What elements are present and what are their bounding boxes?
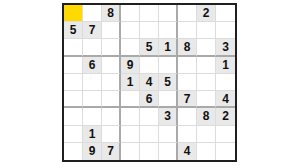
cell-r1c1[interactable] <box>64 5 83 22</box>
cell-r9c2[interactable]: 9 <box>83 143 102 160</box>
cell-r1c8[interactable]: 2 <box>197 5 216 22</box>
cell-r2c1[interactable]: 5 <box>64 22 83 39</box>
cell-r7c3[interactable] <box>102 108 121 125</box>
cell-r4c7[interactable] <box>178 57 197 74</box>
cell-r5c3[interactable] <box>102 74 121 91</box>
cell-r4c3[interactable] <box>102 57 121 74</box>
cell-r3c1[interactable] <box>64 39 83 56</box>
cell-r7c8[interactable]: 8 <box>197 108 216 125</box>
cell-r7c4[interactable] <box>121 108 140 125</box>
cell-r6c8[interactable] <box>197 91 216 108</box>
cell-r3c8[interactable] <box>197 39 216 56</box>
cell-r2c8[interactable] <box>197 22 216 39</box>
cell-r2c5[interactable] <box>140 22 159 39</box>
cell-r8c2[interactable]: 1 <box>83 126 102 143</box>
cell-r5c2[interactable] <box>83 74 102 91</box>
cell-r3c9[interactable]: 3 <box>216 39 235 56</box>
cell-r8c8[interactable] <box>197 126 216 143</box>
cell-r9c9[interactable] <box>216 143 235 160</box>
cell-r6c1[interactable] <box>64 91 83 108</box>
cell-r3c4[interactable] <box>121 39 140 56</box>
cell-r8c1[interactable] <box>64 126 83 143</box>
cell-r6c3[interactable] <box>102 91 121 108</box>
cell-r3c3[interactable] <box>102 39 121 56</box>
cell-r8c3[interactable] <box>102 126 121 143</box>
cell-r4c5[interactable] <box>140 57 159 74</box>
cell-r1c4[interactable] <box>121 5 140 22</box>
cell-r1c5[interactable] <box>140 5 159 22</box>
cell-r2c2[interactable]: 7 <box>83 22 102 39</box>
cell-r7c2[interactable] <box>83 108 102 125</box>
sudoku-app: 825751836911456743821974 <box>0 0 300 168</box>
cell-r1c3[interactable]: 8 <box>102 5 121 22</box>
cell-r3c6[interactable]: 1 <box>159 39 178 56</box>
cell-r5c8[interactable] <box>197 74 216 91</box>
cell-r8c9[interactable] <box>216 126 235 143</box>
cell-r5c1[interactable] <box>64 74 83 91</box>
cell-r4c6[interactable] <box>159 57 178 74</box>
cell-r2c6[interactable] <box>159 22 178 39</box>
cell-r1c7[interactable] <box>178 5 197 22</box>
cell-r8c5[interactable] <box>140 126 159 143</box>
cell-r7c7[interactable] <box>178 108 197 125</box>
cell-r2c9[interactable] <box>216 22 235 39</box>
cell-r6c5[interactable]: 6 <box>140 91 159 108</box>
cell-r7c9[interactable]: 2 <box>216 108 235 125</box>
cell-r8c7[interactable] <box>178 126 197 143</box>
cell-r1c9[interactable] <box>216 5 235 22</box>
cell-r9c7[interactable]: 4 <box>178 143 197 160</box>
cell-r7c6[interactable]: 3 <box>159 108 178 125</box>
cell-r5c6[interactable]: 5 <box>159 74 178 91</box>
cell-r9c4[interactable] <box>121 143 140 160</box>
sudoku-board: 825751836911456743821974 <box>62 3 237 162</box>
cell-r4c9[interactable]: 1 <box>216 57 235 74</box>
cell-r6c2[interactable] <box>83 91 102 108</box>
cell-r2c3[interactable] <box>102 22 121 39</box>
cell-r7c1[interactable] <box>64 108 83 125</box>
cell-r2c7[interactable] <box>178 22 197 39</box>
cell-r4c8[interactable] <box>197 57 216 74</box>
cell-r4c1[interactable] <box>64 57 83 74</box>
cell-r3c5[interactable]: 5 <box>140 39 159 56</box>
cell-r6c4[interactable] <box>121 91 140 108</box>
cell-r8c4[interactable] <box>121 126 140 143</box>
cell-r6c6[interactable] <box>159 91 178 108</box>
cell-r3c7[interactable]: 8 <box>178 39 197 56</box>
cell-r2c4[interactable] <box>121 22 140 39</box>
cell-r5c9[interactable] <box>216 74 235 91</box>
cell-r6c9[interactable]: 4 <box>216 91 235 108</box>
cell-r6c7[interactable]: 7 <box>178 91 197 108</box>
cell-r1c6[interactable] <box>159 5 178 22</box>
cell-r5c4[interactable]: 1 <box>121 74 140 91</box>
cell-r9c1[interactable] <box>64 143 83 160</box>
cell-r9c6[interactable] <box>159 143 178 160</box>
cell-r3c2[interactable] <box>83 39 102 56</box>
cell-r4c2[interactable]: 6 <box>83 57 102 74</box>
cell-r9c5[interactable] <box>140 143 159 160</box>
cell-r7c5[interactable] <box>140 108 159 125</box>
cell-r1c2[interactable] <box>83 5 102 22</box>
cell-r9c8[interactable] <box>197 143 216 160</box>
cell-r5c7[interactable] <box>178 74 197 91</box>
cell-r9c3[interactable]: 7 <box>102 143 121 160</box>
cell-r8c6[interactable] <box>159 126 178 143</box>
cell-r4c4[interactable]: 9 <box>121 57 140 74</box>
cell-r5c5[interactable]: 4 <box>140 74 159 91</box>
